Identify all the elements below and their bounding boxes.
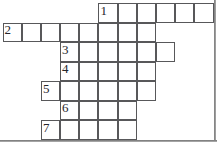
crossword-cell[interactable] <box>79 62 98 82</box>
crossword-cell[interactable] <box>98 42 117 62</box>
crossword-cell[interactable]: 7 <box>41 120 60 140</box>
clue-number: 1 <box>100 4 107 17</box>
clue-number: 4 <box>62 62 69 75</box>
crossword-cell[interactable] <box>22 23 41 43</box>
crossword-cell[interactable] <box>137 3 156 23</box>
crossword-cell[interactable] <box>98 120 117 140</box>
crossword-board: 1234567 <box>3 3 214 140</box>
crossword-cell[interactable] <box>41 23 60 43</box>
crossword-cell[interactable] <box>118 3 137 23</box>
crossword-cell[interactable] <box>60 23 79 43</box>
crossword-cell[interactable] <box>60 81 79 101</box>
crossword-cell[interactable] <box>79 120 98 140</box>
clue-number: 7 <box>43 121 50 134</box>
crossword-cell[interactable] <box>79 42 98 62</box>
crossword-cell[interactable]: 1 <box>98 3 117 23</box>
crossword-cell[interactable] <box>118 120 137 140</box>
clue-number: 5 <box>43 82 50 95</box>
crossword-cell[interactable] <box>79 81 98 101</box>
page-border-bottom <box>0 140 217 143</box>
crossword-cell[interactable] <box>118 101 137 121</box>
crossword-cell[interactable]: 3 <box>60 42 79 62</box>
crossword-cell[interactable] <box>98 23 117 43</box>
clue-number: 3 <box>62 43 69 56</box>
crossword-cell[interactable] <box>156 3 175 23</box>
crossword-cell[interactable]: 5 <box>41 81 60 101</box>
clue-number: 6 <box>62 101 69 114</box>
crossword-cell[interactable] <box>98 101 117 121</box>
crossword-cell[interactable] <box>118 81 137 101</box>
crossword-cell[interactable]: 2 <box>3 23 22 43</box>
crossword-cell[interactable] <box>156 42 175 62</box>
crossword-cell[interactable] <box>137 62 156 82</box>
crossword-cell[interactable] <box>79 23 98 43</box>
crossword-page: 1234567 <box>0 0 217 144</box>
page-border-right <box>214 0 216 141</box>
crossword-cell[interactable] <box>137 23 156 43</box>
crossword-cell[interactable]: 6 <box>60 101 79 121</box>
crossword-cell[interactable] <box>79 101 98 121</box>
crossword-cell[interactable] <box>98 81 117 101</box>
crossword-cell[interactable] <box>194 3 213 23</box>
crossword-cell[interactable] <box>118 23 137 43</box>
crossword-cell[interactable] <box>98 62 117 82</box>
clue-number: 2 <box>5 23 12 36</box>
crossword-cell[interactable] <box>137 42 156 62</box>
crossword-cell[interactable] <box>175 3 194 23</box>
crossword-cell[interactable] <box>118 42 137 62</box>
crossword-cell[interactable] <box>137 81 156 101</box>
crossword-cell[interactable]: 4 <box>60 62 79 82</box>
crossword-cell[interactable] <box>60 120 79 140</box>
crossword-cell[interactable] <box>118 62 137 82</box>
